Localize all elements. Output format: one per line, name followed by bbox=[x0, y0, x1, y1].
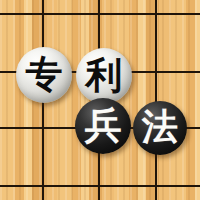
stone-character-li: 利 bbox=[86, 57, 123, 94]
grid-line-horizontal-4 bbox=[0, 185, 200, 187]
stone-white-zhuan[interactable]: 专 bbox=[16, 47, 72, 103]
stone-black-bing[interactable]: 兵 bbox=[75, 98, 131, 154]
grid-line-vertical-3 bbox=[155, 0, 157, 200]
stone-white-li[interactable]: 利 bbox=[76, 48, 132, 104]
stone-character-zhuan: 专 bbox=[26, 56, 63, 93]
stone-black-fa[interactable]: 法 bbox=[133, 101, 187, 155]
go-board[interactable]: 专 利 兵 法 bbox=[0, 0, 200, 200]
stone-character-fa: 法 bbox=[142, 109, 178, 145]
grid-line-horizontal-1 bbox=[0, 13, 200, 15]
stone-character-bing: 兵 bbox=[85, 107, 122, 144]
